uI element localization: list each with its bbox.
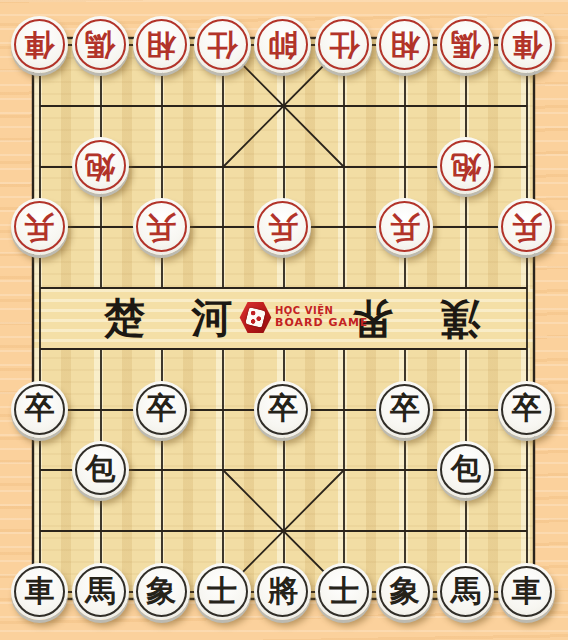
piece-ring: 仕 (318, 19, 369, 70)
piece-face: 帥 (254, 16, 311, 73)
piece-ring: 兵 (379, 201, 430, 252)
piece-black-advisor[interactable]: 士 (192, 561, 253, 622)
piece-face: 車 (498, 563, 555, 620)
piece-ring: 兵 (14, 201, 65, 252)
piece-red-horse[interactable]: 傌 (435, 14, 496, 75)
piece-black-advisor[interactable]: 士 (313, 561, 374, 622)
piece-face: 卒 (133, 381, 190, 438)
piece-face: 馬 (72, 563, 129, 620)
piece-face: 包 (72, 441, 129, 498)
piece-face: 炮 (72, 137, 129, 194)
piece-ring: 馬 (440, 566, 491, 617)
piece-face: 士 (194, 563, 251, 620)
piece-glyph: 卒 (146, 393, 176, 423)
piece-glyph: 傌 (85, 30, 115, 60)
piece-ring: 卒 (136, 384, 187, 435)
piece-red-soldier[interactable]: 兵 (9, 196, 70, 257)
piece-face: 仕 (315, 16, 372, 73)
piece-glyph: 象 (390, 576, 420, 606)
piece-black-cannon[interactable]: 包 (70, 440, 131, 501)
piece-glyph: 卒 (24, 393, 54, 423)
piece-face: 兵 (254, 198, 311, 255)
piece-face: 相 (376, 16, 433, 73)
piece-face: 俥 (11, 16, 68, 73)
piece-face: 卒 (11, 381, 68, 438)
piece-red-soldier[interactable]: 兵 (253, 196, 314, 257)
piece-black-soldier[interactable]: 卒 (131, 379, 192, 440)
piece-glyph: 卒 (512, 393, 542, 423)
piece-glyph: 俥 (512, 30, 542, 60)
piece-red-chariot[interactable]: 俥 (9, 14, 70, 75)
piece-glyph: 將 (268, 576, 298, 606)
piece-ring: 相 (379, 19, 430, 70)
piece-glyph: 士 (207, 576, 237, 606)
piece-red-soldier[interactable]: 兵 (131, 196, 192, 257)
piece-red-elephant[interactable]: 相 (131, 14, 192, 75)
piece-ring: 俥 (501, 19, 552, 70)
piece-ring: 炮 (440, 140, 491, 191)
piece-glyph: 相 (146, 30, 176, 60)
piece-ring: 帥 (257, 19, 308, 70)
piece-ring: 車 (14, 566, 65, 617)
piece-ring: 兵 (257, 201, 308, 252)
piece-ring: 相 (136, 19, 187, 70)
piece-ring: 傌 (75, 19, 126, 70)
piece-face: 仕 (194, 16, 251, 73)
piece-face: 相 (133, 16, 190, 73)
piece-red-soldier[interactable]: 兵 (374, 196, 435, 257)
piece-face: 兵 (376, 198, 433, 255)
piece-red-elephant[interactable]: 相 (374, 14, 435, 75)
piece-face: 將 (254, 563, 311, 620)
piece-red-general[interactable]: 帥 (253, 14, 314, 75)
piece-ring: 兵 (136, 201, 187, 252)
piece-ring: 馬 (75, 566, 126, 617)
piece-ring: 象 (136, 566, 187, 617)
piece-black-general[interactable]: 將 (253, 561, 314, 622)
piece-glyph: 卒 (390, 393, 420, 423)
piece-red-advisor[interactable]: 仕 (192, 14, 253, 75)
piece-glyph: 兵 (268, 213, 298, 243)
piece-glyph: 俥 (24, 30, 54, 60)
piece-face: 卒 (498, 381, 555, 438)
piece-face: 象 (376, 563, 433, 620)
piece-glyph: 士 (329, 576, 359, 606)
piece-black-elephant[interactable]: 象 (374, 561, 435, 622)
piece-glyph: 炮 (451, 152, 481, 182)
piece-black-chariot[interactable]: 車 (9, 561, 70, 622)
piece-face: 兵 (133, 198, 190, 255)
piece-ring: 卒 (14, 384, 65, 435)
piece-glyph: 包 (451, 454, 481, 484)
piece-face: 俥 (498, 16, 555, 73)
piece-ring: 將 (257, 566, 308, 617)
piece-glyph: 包 (85, 454, 115, 484)
piece-glyph: 仕 (207, 30, 237, 60)
piece-black-horse[interactable]: 馬 (435, 561, 496, 622)
piece-black-soldier[interactable]: 卒 (9, 379, 70, 440)
piece-face: 士 (315, 563, 372, 620)
piece-black-chariot[interactable]: 車 (496, 561, 557, 622)
piece-black-soldier[interactable]: 卒 (253, 379, 314, 440)
piece-face: 兵 (498, 198, 555, 255)
piece-ring: 士 (197, 566, 248, 617)
piece-ring: 炮 (75, 140, 126, 191)
piece-red-horse[interactable]: 傌 (70, 14, 131, 75)
piece-glyph: 馬 (451, 576, 481, 606)
piece-face: 炮 (437, 137, 494, 194)
piece-glyph: 象 (146, 576, 176, 606)
piece-face: 傌 (437, 16, 494, 73)
piece-glyph: 相 (390, 30, 420, 60)
piece-ring: 卒 (501, 384, 552, 435)
piece-ring: 象 (379, 566, 430, 617)
piece-black-cannon[interactable]: 包 (435, 440, 496, 501)
piece-face: 卒 (376, 381, 433, 438)
piece-glyph: 兵 (390, 213, 420, 243)
piece-ring: 俥 (14, 19, 65, 70)
piece-ring: 仕 (197, 19, 248, 70)
piece-red-cannon[interactable]: 炮 (435, 136, 496, 197)
piece-black-horse[interactable]: 馬 (70, 561, 131, 622)
piece-glyph: 兵 (24, 213, 54, 243)
piece-face: 傌 (72, 16, 129, 73)
piece-ring: 卒 (379, 384, 430, 435)
piece-glyph: 仕 (329, 30, 359, 60)
piece-face: 包 (437, 441, 494, 498)
piece-glyph: 卒 (268, 393, 298, 423)
piece-face: 卒 (254, 381, 311, 438)
piece-glyph: 帥 (268, 30, 298, 60)
piece-glyph: 炮 (85, 152, 115, 182)
piece-black-soldier[interactable]: 卒 (496, 379, 557, 440)
piece-glyph: 兵 (146, 213, 176, 243)
piece-ring: 車 (501, 566, 552, 617)
piece-glyph: 馬 (85, 576, 115, 606)
piece-glyph: 兵 (512, 213, 542, 243)
piece-ring: 包 (440, 444, 491, 495)
piece-face: 象 (133, 563, 190, 620)
piece-red-cannon[interactable]: 炮 (70, 136, 131, 197)
piece-ring: 包 (75, 444, 126, 495)
piece-red-advisor[interactable]: 仕 (313, 14, 374, 75)
piece-black-elephant[interactable]: 象 (131, 561, 192, 622)
piece-glyph: 車 (24, 576, 54, 606)
piece-ring: 士 (318, 566, 369, 617)
xiangqi-board-screenshot: 楚 河 漢 界 HỌC VIỆN BOARD GAME 俥傌相仕帥仕相傌俥炮炮兵… (0, 0, 568, 640)
piece-red-soldier[interactable]: 兵 (496, 196, 557, 257)
piece-face: 馬 (437, 563, 494, 620)
board-intersection-grid[interactable]: 俥傌相仕帥仕相傌俥炮炮兵兵兵兵兵卒卒卒卒卒包包車馬象士將士象馬車 (9, 14, 557, 622)
piece-black-soldier[interactable]: 卒 (374, 379, 435, 440)
piece-face: 兵 (11, 198, 68, 255)
piece-ring: 卒 (257, 384, 308, 435)
piece-glyph: 車 (512, 576, 542, 606)
piece-glyph: 傌 (451, 30, 481, 60)
piece-face: 車 (11, 563, 68, 620)
piece-ring: 傌 (440, 19, 491, 70)
piece-ring: 兵 (501, 201, 552, 252)
piece-red-chariot[interactable]: 俥 (496, 14, 557, 75)
